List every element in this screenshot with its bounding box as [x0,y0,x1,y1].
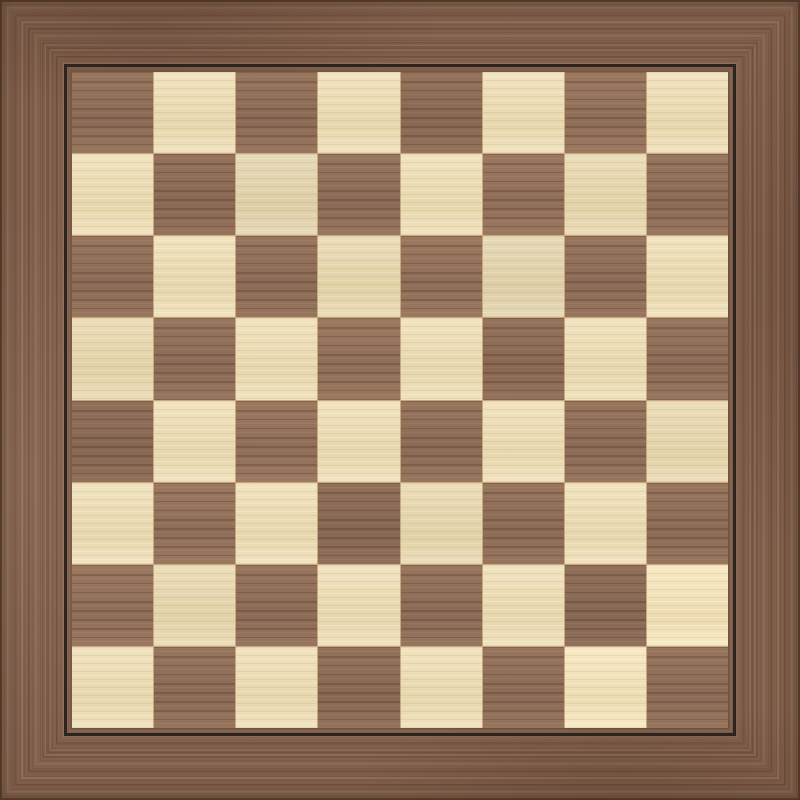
square-r1c3-dark[interactable] [236,72,317,153]
square-r3c2-light[interactable] [154,236,235,317]
square-r8c4-dark[interactable] [318,647,399,728]
square-r4c3-light[interactable] [236,318,317,399]
square-r7c4-light[interactable] [318,565,399,646]
square-r5c6-light[interactable] [483,401,564,482]
square-r5c2-light[interactable] [154,401,235,482]
square-r6c6-dark[interactable] [483,483,564,564]
chessboard [0,0,800,800]
square-r6c8-dark[interactable] [647,483,728,564]
square-r5c3-dark[interactable] [236,401,317,482]
square-r4c2-dark[interactable] [154,318,235,399]
square-r6c4-dark[interactable] [318,483,399,564]
square-r1c7-dark[interactable] [565,72,646,153]
square-r6c7-light[interactable] [565,483,646,564]
square-r7c6-light[interactable] [483,565,564,646]
board-grid [72,72,728,728]
square-r4c8-dark[interactable] [647,318,728,399]
square-r5c1-dark[interactable] [72,401,153,482]
square-r6c3-light[interactable] [236,483,317,564]
square-r1c2-light[interactable] [154,72,235,153]
square-r3c7-dark[interactable] [565,236,646,317]
square-r7c3-dark[interactable] [236,565,317,646]
square-r4c5-light[interactable] [401,318,482,399]
square-r2c4-dark[interactable] [318,154,399,235]
square-r8c7-light[interactable] [565,647,646,728]
square-r1c5-dark[interactable] [401,72,482,153]
square-r2c7-light[interactable] [565,154,646,235]
square-r8c5-light[interactable] [401,647,482,728]
square-r8c6-dark[interactable] [483,647,564,728]
square-r6c1-light[interactable] [72,483,153,564]
square-r5c8-light[interactable] [647,401,728,482]
square-r1c4-light[interactable] [318,72,399,153]
square-r2c8-dark[interactable] [647,154,728,235]
square-r2c6-dark[interactable] [483,154,564,235]
square-r7c5-dark[interactable] [401,565,482,646]
square-r4c6-dark[interactable] [483,318,564,399]
square-r7c1-dark[interactable] [72,565,153,646]
square-r2c3-light[interactable] [236,154,317,235]
square-r2c5-light[interactable] [401,154,482,235]
square-r6c2-dark[interactable] [154,483,235,564]
square-r7c7-dark[interactable] [565,565,646,646]
square-r1c8-light[interactable] [647,72,728,153]
square-r3c1-dark[interactable] [72,236,153,317]
square-r3c6-light[interactable] [483,236,564,317]
square-r8c1-light[interactable] [72,647,153,728]
square-r1c1-dark[interactable] [72,72,153,153]
square-r1c6-light[interactable] [483,72,564,153]
square-r8c2-dark[interactable] [154,647,235,728]
square-r8c3-light[interactable] [236,647,317,728]
square-r7c8-light[interactable] [647,565,728,646]
square-r5c4-light[interactable] [318,401,399,482]
square-r2c1-light[interactable] [72,154,153,235]
square-r3c5-dark[interactable] [401,236,482,317]
square-r7c2-light[interactable] [154,565,235,646]
square-r4c4-dark[interactable] [318,318,399,399]
square-r3c8-light[interactable] [647,236,728,317]
square-r4c1-light[interactable] [72,318,153,399]
square-r5c5-dark[interactable] [401,401,482,482]
square-r3c4-light[interactable] [318,236,399,317]
square-r8c8-dark[interactable] [647,647,728,728]
square-r2c2-dark[interactable] [154,154,235,235]
square-r5c7-dark[interactable] [565,401,646,482]
square-r3c3-dark[interactable] [236,236,317,317]
square-r6c5-light[interactable] [401,483,482,564]
square-r4c7-light[interactable] [565,318,646,399]
